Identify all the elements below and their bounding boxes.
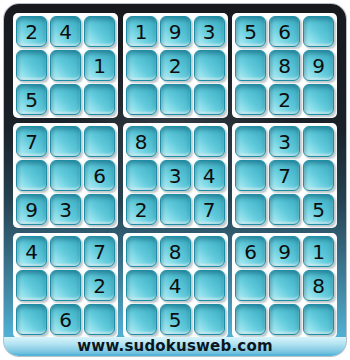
cell-r7c2[interactable] — [50, 236, 81, 267]
footer-url-link[interactable]: www.sudokusweb.com — [77, 337, 272, 355]
cell-r2c4[interactable] — [126, 50, 157, 81]
cell-r1c3[interactable] — [84, 16, 115, 47]
cell-r6c3[interactable] — [84, 194, 115, 225]
cell-r3c1[interactable]: 5 — [16, 84, 47, 115]
box-r2c3: 375 — [232, 123, 337, 228]
cell-r7c7[interactable]: 6 — [235, 236, 266, 267]
cell-r3c5[interactable] — [160, 84, 191, 115]
cell-r1c7[interactable]: 5 — [235, 16, 266, 47]
cell-r9c8[interactable] — [269, 304, 300, 335]
cell-r8c6[interactable] — [194, 270, 225, 301]
cell-r7c8[interactable]: 9 — [269, 236, 300, 267]
cell-r9c7[interactable] — [235, 304, 266, 335]
cell-r9c6[interactable] — [194, 304, 225, 335]
cell-r6c1[interactable]: 9 — [16, 194, 47, 225]
box-r1c3: 56892 — [232, 13, 337, 118]
cell-r1c6[interactable]: 3 — [194, 16, 225, 47]
footer-strip: www.sudokusweb.com — [4, 337, 346, 354]
cell-r1c2[interactable]: 4 — [50, 16, 81, 47]
box-r2c1: 7693 — [13, 123, 118, 228]
cell-r4c9[interactable] — [303, 126, 334, 157]
cell-r6c5[interactable] — [160, 194, 191, 225]
box-r3c3: 6918 — [232, 233, 337, 338]
cell-r4c6[interactable] — [194, 126, 225, 157]
cell-r7c6[interactable] — [194, 236, 225, 267]
cell-r5c3[interactable]: 6 — [84, 160, 115, 191]
sudoku-grid: 241519325689276938342737547268456918 — [13, 13, 337, 338]
cell-r7c1[interactable]: 4 — [16, 236, 47, 267]
cell-r2c3[interactable]: 1 — [84, 50, 115, 81]
cell-r2c2[interactable] — [50, 50, 81, 81]
cell-r4c8[interactable]: 3 — [269, 126, 300, 157]
cell-r3c2[interactable] — [50, 84, 81, 115]
cell-r2c8[interactable]: 8 — [269, 50, 300, 81]
cell-r6c4[interactable]: 2 — [126, 194, 157, 225]
cell-r5c5[interactable]: 3 — [160, 160, 191, 191]
cell-r2c5[interactable]: 2 — [160, 50, 191, 81]
cell-r8c1[interactable] — [16, 270, 47, 301]
cell-r8c4[interactable] — [126, 270, 157, 301]
cell-r8c7[interactable] — [235, 270, 266, 301]
cell-r5c2[interactable] — [50, 160, 81, 191]
cell-r9c1[interactable] — [16, 304, 47, 335]
cell-r4c2[interactable] — [50, 126, 81, 157]
cell-r2c6[interactable] — [194, 50, 225, 81]
sudoku-board-frame: 241519325689276938342737547268456918 www… — [4, 4, 346, 356]
cell-r7c4[interactable] — [126, 236, 157, 267]
cell-r3c3[interactable] — [84, 84, 115, 115]
cell-r9c5[interactable]: 5 — [160, 304, 191, 335]
cell-r8c8[interactable] — [269, 270, 300, 301]
cell-r4c5[interactable] — [160, 126, 191, 157]
cell-r3c6[interactable] — [194, 84, 225, 115]
cell-r8c9[interactable]: 8 — [303, 270, 334, 301]
cell-r1c9[interactable] — [303, 16, 334, 47]
cell-r3c4[interactable] — [126, 84, 157, 115]
cell-r5c9[interactable] — [303, 160, 334, 191]
cell-r6c2[interactable]: 3 — [50, 194, 81, 225]
cell-r8c3[interactable]: 2 — [84, 270, 115, 301]
cell-r6c7[interactable] — [235, 194, 266, 225]
cell-r9c4[interactable] — [126, 304, 157, 335]
cell-r6c8[interactable] — [269, 194, 300, 225]
cell-r1c5[interactable]: 9 — [160, 16, 191, 47]
cell-r7c3[interactable]: 7 — [84, 236, 115, 267]
cell-r2c9[interactable]: 9 — [303, 50, 334, 81]
cell-r1c4[interactable]: 1 — [126, 16, 157, 47]
cell-r5c8[interactable]: 7 — [269, 160, 300, 191]
cell-r8c2[interactable] — [50, 270, 81, 301]
cell-r6c6[interactable]: 7 — [194, 194, 225, 225]
cell-r3c9[interactable] — [303, 84, 334, 115]
cell-r7c5[interactable]: 8 — [160, 236, 191, 267]
cell-r9c3[interactable] — [84, 304, 115, 335]
cell-r6c9[interactable]: 5 — [303, 194, 334, 225]
cell-r3c7[interactable] — [235, 84, 266, 115]
cell-r5c4[interactable] — [126, 160, 157, 191]
cell-r1c1[interactable]: 2 — [16, 16, 47, 47]
cell-r5c1[interactable] — [16, 160, 47, 191]
cell-r7c9[interactable]: 1 — [303, 236, 334, 267]
cell-r3c8[interactable]: 2 — [269, 84, 300, 115]
cell-r9c2[interactable]: 6 — [50, 304, 81, 335]
box-r2c2: 83427 — [123, 123, 228, 228]
cell-r1c8[interactable]: 6 — [269, 16, 300, 47]
cell-r5c7[interactable] — [235, 160, 266, 191]
box-r3c2: 845 — [123, 233, 228, 338]
box-r3c1: 4726 — [13, 233, 118, 338]
cell-r4c4[interactable]: 8 — [126, 126, 157, 157]
cell-r9c9[interactable] — [303, 304, 334, 335]
cell-r4c7[interactable] — [235, 126, 266, 157]
cell-r2c1[interactable] — [16, 50, 47, 81]
cell-r4c1[interactable]: 7 — [16, 126, 47, 157]
cell-r2c7[interactable] — [235, 50, 266, 81]
box-r1c2: 1932 — [123, 13, 228, 118]
cell-r4c3[interactable] — [84, 126, 115, 157]
cell-r5c6[interactable]: 4 — [194, 160, 225, 191]
cell-r8c5[interactable]: 4 — [160, 270, 191, 301]
box-r1c1: 2415 — [13, 13, 118, 118]
